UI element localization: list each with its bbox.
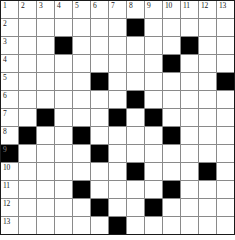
white-cell-r8-c6[interactable]	[91, 127, 108, 144]
white-cell-r6-c7[interactable]	[109, 91, 126, 108]
white-cell-r8-c4[interactable]	[55, 127, 72, 144]
white-cell-r4-c12[interactable]	[199, 55, 216, 72]
white-cell-r9-c7[interactable]	[109, 145, 126, 162]
white-cell-r10-c7[interactable]	[109, 163, 126, 180]
row-label-5: 5	[3, 73, 6, 82]
white-cell-r6-c13[interactable]	[217, 91, 234, 108]
black-cell-r5-c6	[91, 73, 108, 90]
black-cell-r4-c10	[163, 55, 180, 72]
white-cell-r4-c3[interactable]	[37, 55, 54, 72]
white-cell-r4-c6[interactable]	[91, 55, 108, 72]
white-cell-r12-c1[interactable]: 12	[1, 199, 18, 216]
row-label-9: 9	[3, 145, 6, 154]
white-cell-r7-c11[interactable]	[181, 109, 198, 126]
white-cell-r1-c11[interactable]: 11	[181, 1, 198, 18]
black-cell-r5-c13	[217, 73, 234, 90]
column-label-2: 2	[21, 1, 24, 10]
column-label-9: 9	[147, 1, 150, 10]
white-cell-r1-c6[interactable]: 6	[91, 1, 108, 18]
white-cell-r3-c2[interactable]	[19, 37, 36, 54]
white-cell-r12-c2[interactable]	[19, 199, 36, 216]
black-cell-r3-c4	[55, 37, 72, 54]
white-cell-r4-c4[interactable]	[55, 55, 72, 72]
white-cell-r13-c3[interactable]	[37, 217, 54, 234]
white-cell-r6-c3[interactable]	[37, 91, 54, 108]
white-cell-r6-c4[interactable]	[55, 91, 72, 108]
white-cell-r8-c12[interactable]	[199, 127, 216, 144]
column-label-13: 13	[219, 1, 226, 10]
white-cell-r10-c13[interactable]	[217, 163, 234, 180]
black-cell-r13-c7	[109, 217, 126, 234]
white-cell-r3-c5[interactable]	[73, 37, 90, 54]
white-cell-r6-c11[interactable]	[181, 91, 198, 108]
white-cell-r6-c2[interactable]	[19, 91, 36, 108]
white-cell-r8-c11[interactable]	[181, 127, 198, 144]
white-cell-r9-c8[interactable]	[127, 145, 144, 162]
column-label-10: 10	[165, 1, 172, 10]
white-cell-r8-c3[interactable]	[37, 127, 54, 144]
white-cell-r10-c10[interactable]	[163, 163, 180, 180]
row-label-11: 11	[3, 181, 10, 190]
white-cell-r13-c1[interactable]: 13	[1, 217, 18, 234]
column-label-1: 1	[3, 1, 6, 10]
white-cell-r1-c9[interactable]: 9	[145, 1, 162, 18]
white-cell-r4-c5[interactable]	[73, 55, 90, 72]
white-cell-r13-c9[interactable]	[145, 217, 162, 234]
white-cell-r7-c4[interactable]	[55, 109, 72, 126]
white-cell-r7-c8[interactable]	[127, 109, 144, 126]
column-label-5: 5	[75, 1, 78, 10]
white-cell-r13-c11[interactable]	[181, 217, 198, 234]
white-cell-r6-c6[interactable]	[91, 91, 108, 108]
white-cell-r2-c6[interactable]	[91, 19, 108, 36]
black-cell-r8-c2	[19, 127, 36, 144]
white-cell-r2-c13[interactable]	[217, 19, 234, 36]
white-cell-r5-c11[interactable]	[181, 73, 198, 90]
white-cell-r13-c8[interactable]	[127, 217, 144, 234]
row-label-8: 8	[3, 127, 6, 136]
black-cell-r9-c6	[91, 145, 108, 162]
white-cell-r13-c2[interactable]	[19, 217, 36, 234]
white-cell-r5-c5[interactable]	[73, 73, 90, 90]
white-cell-r8-c7[interactable]	[109, 127, 126, 144]
black-cell-r7-c9	[145, 109, 162, 126]
white-cell-r12-c3[interactable]	[37, 199, 54, 216]
white-cell-r3-c6[interactable]	[91, 37, 108, 54]
white-cell-r12-c4[interactable]	[55, 199, 72, 216]
row-label-4: 4	[3, 55, 6, 64]
black-cell-r11-c5	[73, 181, 90, 198]
white-cell-r13-c4[interactable]	[55, 217, 72, 234]
white-cell-r5-c2[interactable]	[19, 73, 36, 90]
white-cell-r5-c3[interactable]	[37, 73, 54, 90]
white-cell-r2-c7[interactable]	[109, 19, 126, 36]
white-cell-r13-c6[interactable]	[91, 217, 108, 234]
white-cell-r11-c9[interactable]	[145, 181, 162, 198]
white-cell-r4-c1[interactable]: 4	[1, 55, 18, 72]
white-cell-r12-c12[interactable]	[199, 199, 216, 216]
white-cell-r5-c10[interactable]	[163, 73, 180, 90]
white-cell-r6-c1[interactable]: 6	[1, 91, 18, 108]
white-cell-r5-c12[interactable]	[199, 73, 216, 90]
white-cell-r11-c3[interactable]	[37, 181, 54, 198]
column-label-4: 4	[57, 1, 60, 10]
white-cell-r1-c7[interactable]: 7	[109, 1, 126, 18]
black-cell-r12-c9	[145, 199, 162, 216]
white-cell-r5-c8[interactable]	[127, 73, 144, 90]
white-cell-r13-c13[interactable]	[217, 217, 234, 234]
white-cell-r6-c10[interactable]	[163, 91, 180, 108]
white-cell-r9-c3[interactable]	[37, 145, 54, 162]
white-cell-r3-c3[interactable]	[37, 37, 54, 54]
black-cell-r12-c6	[91, 199, 108, 216]
white-cell-r7-c12[interactable]	[199, 109, 216, 126]
white-cell-r3-c7[interactable]	[109, 37, 126, 54]
black-cell-r7-c7	[109, 109, 126, 126]
white-cell-r6-c9[interactable]	[145, 91, 162, 108]
black-cell-r2-c8	[127, 19, 144, 36]
row-label-12: 12	[3, 199, 10, 208]
white-cell-r11-c7[interactable]	[109, 181, 126, 198]
white-cell-r1-c3[interactable]: 3	[37, 1, 54, 18]
black-cell-r6-c8	[127, 91, 144, 108]
column-label-7: 7	[111, 1, 114, 10]
column-label-6: 6	[93, 1, 96, 10]
white-cell-r2-c1[interactable]: 2	[1, 19, 18, 36]
white-cell-r1-c4[interactable]: 4	[55, 1, 72, 18]
white-cell-r2-c9[interactable]	[145, 19, 162, 36]
white-cell-r9-c5[interactable]	[73, 145, 90, 162]
white-cell-r4-c8[interactable]	[127, 55, 144, 72]
white-cell-r9-c11[interactable]	[181, 145, 198, 162]
white-cell-r11-c13[interactable]	[217, 181, 234, 198]
white-cell-r4-c9[interactable]	[145, 55, 162, 72]
white-cell-r2-c5[interactable]	[73, 19, 90, 36]
white-cell-r11-c11[interactable]	[181, 181, 198, 198]
row-label-2: 2	[3, 19, 6, 28]
white-cell-r12-c13[interactable]	[217, 199, 234, 216]
white-cell-r6-c5[interactable]	[73, 91, 90, 108]
white-cell-r12-c11[interactable]	[181, 199, 198, 216]
white-cell-r12-c7[interactable]	[109, 199, 126, 216]
column-label-11: 11	[183, 1, 190, 10]
white-cell-r1-c5[interactable]: 5	[73, 1, 90, 18]
black-cell-r3-c11	[181, 37, 198, 54]
row-label-10: 10	[3, 163, 10, 172]
white-cell-r4-c7[interactable]	[109, 55, 126, 72]
white-cell-r13-c10[interactable]	[163, 217, 180, 234]
black-cell-r8-c5	[73, 127, 90, 144]
white-cell-r4-c11[interactable]	[181, 55, 198, 72]
white-cell-r10-c11[interactable]	[181, 163, 198, 180]
white-cell-r3-c9[interactable]	[145, 37, 162, 54]
white-cell-r13-c5[interactable]	[73, 217, 90, 234]
black-cell-r8-c10	[163, 127, 180, 144]
white-cell-r11-c4[interactable]	[55, 181, 72, 198]
white-cell-r4-c2[interactable]	[19, 55, 36, 72]
white-cell-r12-c5[interactable]	[73, 199, 90, 216]
white-cell-r8-c8[interactable]	[127, 127, 144, 144]
white-cell-r2-c2[interactable]	[19, 19, 36, 36]
white-cell-r3-c12[interactable]	[199, 37, 216, 54]
white-cell-r9-c13[interactable]	[217, 145, 234, 162]
white-cell-r1-c2[interactable]: 2	[19, 1, 36, 18]
white-cell-r11-c8[interactable]	[127, 181, 144, 198]
white-cell-r10-c2[interactable]	[19, 163, 36, 180]
white-cell-r7-c2[interactable]	[19, 109, 36, 126]
white-cell-r2-c11[interactable]	[181, 19, 198, 36]
white-cell-r5-c4[interactable]	[55, 73, 72, 90]
white-cell-r10-c9[interactable]	[145, 163, 162, 180]
white-cell-r2-c12[interactable]	[199, 19, 216, 36]
crossword-grid: 123456789101112132345678910111213	[0, 0, 235, 235]
white-cell-r8-c13[interactable]	[217, 127, 234, 144]
white-cell-r1-c12[interactable]: 12	[199, 1, 216, 18]
white-cell-r5-c1[interactable]: 5	[1, 73, 18, 90]
white-cell-r12-c10[interactable]	[163, 199, 180, 216]
white-cell-r3-c8[interactable]	[127, 37, 144, 54]
white-cell-r2-c4[interactable]	[55, 19, 72, 36]
white-cell-r9-c4[interactable]	[55, 145, 72, 162]
column-label-8: 8	[129, 1, 132, 10]
white-cell-r7-c13[interactable]	[217, 109, 234, 126]
white-cell-r11-c12[interactable]	[199, 181, 216, 198]
column-label-3: 3	[39, 1, 42, 10]
row-label-6: 6	[3, 91, 6, 100]
white-cell-r3-c13[interactable]	[217, 37, 234, 54]
white-cell-r10-c3[interactable]	[37, 163, 54, 180]
black-cell-r10-c8	[127, 163, 144, 180]
white-cell-r10-c4[interactable]	[55, 163, 72, 180]
white-cell-r8-c9[interactable]	[145, 127, 162, 144]
white-cell-r2-c3[interactable]	[37, 19, 54, 36]
white-cell-r3-c1[interactable]: 3	[1, 37, 18, 54]
white-cell-r1-c13[interactable]: 13	[217, 1, 234, 18]
white-cell-r7-c1[interactable]: 7	[1, 109, 18, 126]
white-cell-r12-c8[interactable]	[127, 199, 144, 216]
white-cell-r8-c1[interactable]: 8	[1, 127, 18, 144]
column-label-12: 12	[201, 1, 208, 10]
white-cell-r11-c1[interactable]: 11	[1, 181, 18, 198]
white-cell-r7-c5[interactable]	[73, 109, 90, 126]
white-cell-r9-c10[interactable]	[163, 145, 180, 162]
white-cell-r7-c10[interactable]	[163, 109, 180, 126]
white-cell-r10-c6[interactable]	[91, 163, 108, 180]
white-cell-r9-c2[interactable]	[19, 145, 36, 162]
black-cell-r9-c1: 9	[1, 145, 18, 162]
white-cell-r13-c12[interactable]	[199, 217, 216, 234]
black-cell-r10-c12	[199, 163, 216, 180]
white-cell-r4-c13[interactable]	[217, 55, 234, 72]
black-cell-r11-c10	[163, 181, 180, 198]
white-cell-r10-c5[interactable]	[73, 163, 90, 180]
white-cell-r3-c10[interactable]	[163, 37, 180, 54]
white-cell-r6-c12[interactable]	[199, 91, 216, 108]
white-cell-r2-c10[interactable]	[163, 19, 180, 36]
white-cell-r5-c7[interactable]	[109, 73, 126, 90]
row-label-13: 13	[3, 217, 10, 226]
row-label-7: 7	[3, 109, 6, 118]
black-cell-r7-c3	[37, 109, 54, 126]
white-cell-r1-c10[interactable]: 10	[163, 1, 180, 18]
white-cell-r9-c12[interactable]	[199, 145, 216, 162]
white-cell-r11-c2[interactable]	[19, 181, 36, 198]
white-cell-r1-c8[interactable]: 8	[127, 1, 144, 18]
white-cell-r1-c1[interactable]: 1	[1, 1, 18, 18]
row-label-3: 3	[3, 37, 6, 46]
white-cell-r5-c9[interactable]	[145, 73, 162, 90]
white-cell-r9-c9[interactable]	[145, 145, 162, 162]
white-cell-r11-c6[interactable]	[91, 181, 108, 198]
white-cell-r10-c1[interactable]: 10	[1, 163, 18, 180]
white-cell-r7-c6[interactable]	[91, 109, 108, 126]
